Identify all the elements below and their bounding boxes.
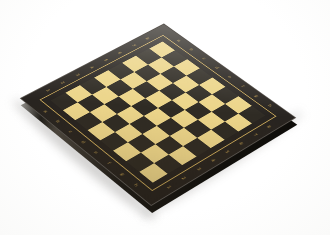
coordinate-label-1: 1 [164, 184, 174, 191]
coordinate-label-2: 2 [179, 175, 189, 182]
coordinate-label-6: 6 [236, 140, 245, 146]
coordinate-label-4: 4 [208, 157, 218, 164]
coordinate-label-7: 7 [250, 132, 259, 138]
coordinate-label-5: 5 [222, 149, 231, 156]
coordinate-label-8: 8 [264, 124, 273, 130]
product-photo-scene: abcdefgh abcdefgh 87654321 87654321 [0, 0, 330, 235]
coordinate-label-3: 3 [194, 166, 204, 173]
chessboard: abcdefgh abcdefgh 87654321 87654321 [20, 24, 297, 206]
